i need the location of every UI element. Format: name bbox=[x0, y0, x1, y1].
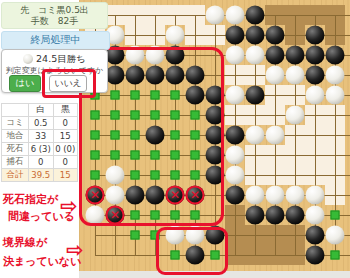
black-stone[interactable] bbox=[246, 206, 265, 225]
score-row: 死石6 (3)0 (0) bbox=[2, 143, 78, 156]
black-stone[interactable] bbox=[306, 226, 325, 245]
game-info-box: 先 コミ黒0.5出 手数 82手 bbox=[1, 2, 108, 29]
white-stone[interactable] bbox=[286, 186, 305, 205]
black-stone[interactable] bbox=[306, 246, 325, 265]
go-scoring-screen: ✕✕✕✕ 先 コミ黒0.5出 手数 82手 終局処理中 24.5目勝ち 判定変更… bbox=[0, 0, 350, 278]
score-col-header-empty bbox=[2, 104, 29, 117]
undecided-point-marker[interactable] bbox=[331, 251, 340, 260]
status-button[interactable]: 終局処理中 bbox=[1, 31, 110, 50]
score-cell: 0 bbox=[29, 156, 54, 169]
white-stone[interactable] bbox=[306, 186, 325, 205]
white-stone[interactable] bbox=[266, 126, 285, 145]
black-stone[interactable] bbox=[246, 86, 265, 105]
black-stone[interactable] bbox=[226, 126, 245, 145]
white-stone[interactable] bbox=[166, 26, 185, 45]
annotation-box-boundary bbox=[156, 227, 228, 275]
score-cell: 地合 bbox=[2, 130, 29, 143]
score-col-header: 黒 bbox=[53, 104, 78, 117]
annotation-text-boundary-1: 境界線が bbox=[3, 235, 47, 250]
white-stone[interactable] bbox=[246, 186, 265, 205]
white-stone[interactable] bbox=[266, 66, 285, 85]
undecided-point-marker[interactable] bbox=[131, 231, 140, 240]
undecided-point-marker[interactable] bbox=[331, 211, 340, 220]
white-stone[interactable] bbox=[326, 86, 345, 105]
annotation-arrow-dead: ⇨ bbox=[60, 196, 78, 216]
yes-button[interactable]: はい bbox=[9, 75, 41, 92]
score-cell: 15 bbox=[53, 169, 78, 182]
white-stone[interactable] bbox=[226, 86, 245, 105]
white-stone-icon bbox=[23, 54, 33, 64]
annotation-arrow-boundary: ⇨ bbox=[66, 240, 84, 260]
score-table: 白黒 コミ0.50地合3315死石6 (3)0 (0)捕石00合計39.515 bbox=[1, 103, 78, 182]
white-stone[interactable] bbox=[246, 46, 265, 65]
score-row: 捕石00 bbox=[2, 156, 78, 169]
white-stone[interactable] bbox=[226, 6, 245, 25]
result-text: 24.5目勝ち bbox=[36, 53, 86, 64]
annotation-box-no-button bbox=[42, 69, 96, 98]
score-cell: 0.5 bbox=[29, 117, 54, 130]
white-stone[interactable] bbox=[226, 166, 245, 185]
black-stone[interactable] bbox=[306, 66, 325, 85]
white-stone[interactable] bbox=[326, 66, 345, 85]
game-info-line2: 手数 82手 bbox=[2, 16, 107, 27]
black-stone[interactable] bbox=[266, 46, 285, 65]
white-stone[interactable] bbox=[286, 66, 305, 85]
score-cell: 合計 bbox=[2, 169, 29, 182]
black-stone[interactable] bbox=[266, 26, 285, 45]
game-info-line1: 先 コミ黒0.5出 bbox=[2, 5, 107, 16]
black-stone[interactable] bbox=[266, 206, 285, 225]
score-cell: 33 bbox=[29, 130, 54, 143]
score-row: 地合3315 bbox=[2, 130, 78, 143]
white-stone[interactable] bbox=[226, 46, 245, 65]
score-row: コミ0.50 bbox=[2, 117, 78, 130]
annotation-text-dead-1: 死石指定が bbox=[3, 192, 58, 207]
score-col-header: 白 bbox=[29, 104, 54, 117]
white-stone[interactable] bbox=[226, 146, 245, 165]
score-cell: 0 bbox=[53, 117, 78, 130]
black-stone[interactable] bbox=[246, 26, 265, 45]
score-cell: コミ bbox=[2, 117, 29, 130]
black-stone[interactable] bbox=[306, 26, 325, 45]
score-cell: 0 bbox=[53, 156, 78, 169]
white-stone[interactable] bbox=[326, 226, 345, 245]
black-stone[interactable] bbox=[326, 46, 345, 65]
black-stone[interactable] bbox=[246, 6, 265, 25]
black-stone[interactable] bbox=[286, 46, 305, 65]
white-stone[interactable] bbox=[206, 6, 225, 25]
score-cell: 39.5 bbox=[29, 169, 54, 182]
white-stone[interactable] bbox=[246, 126, 265, 145]
score-row: 合計39.515 bbox=[2, 169, 78, 182]
black-stone[interactable] bbox=[226, 186, 245, 205]
black-stone[interactable] bbox=[286, 206, 305, 225]
black-stone[interactable] bbox=[306, 46, 325, 65]
white-stone[interactable] bbox=[306, 86, 325, 105]
white-stone[interactable] bbox=[286, 106, 305, 125]
score-cell: 15 bbox=[53, 130, 78, 143]
score-cell: 0 (0) bbox=[53, 143, 78, 156]
score-cell: 死石 bbox=[2, 143, 29, 156]
white-stone[interactable] bbox=[306, 206, 325, 225]
score-cell: 捕石 bbox=[2, 156, 29, 169]
white-stone[interactable] bbox=[266, 186, 285, 205]
score-cell: 6 (3) bbox=[29, 143, 54, 156]
black-stone[interactable] bbox=[226, 26, 245, 45]
